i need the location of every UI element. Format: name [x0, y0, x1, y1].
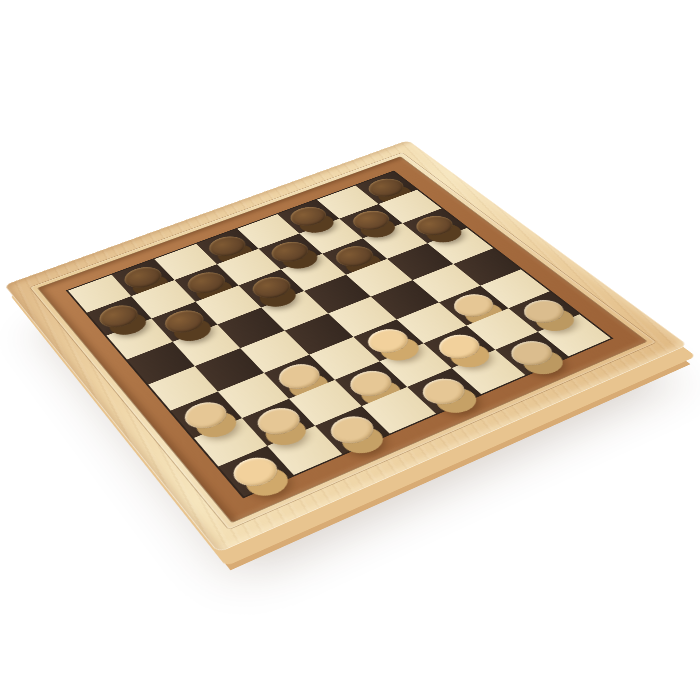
checkers-board: [4, 140, 688, 553]
product-photo-scene: [0, 0, 700, 700]
